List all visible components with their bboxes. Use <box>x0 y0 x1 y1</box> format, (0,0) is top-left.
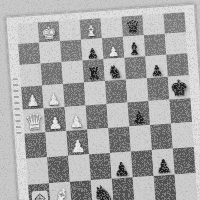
piece-black-king: ♚ <box>169 77 189 99</box>
square-a3 <box>24 132 47 158</box>
square-c4: ♟ <box>65 105 88 130</box>
square-e8 <box>101 17 123 38</box>
square-a5: ♟ <box>21 85 44 109</box>
square-h1 <box>175 173 198 200</box>
piece-white-pawn: ♟ <box>46 92 61 108</box>
square-f8: ♛ <box>122 15 144 36</box>
square-g3 <box>150 124 173 150</box>
square-d2 <box>89 153 112 180</box>
square-h3 <box>171 122 194 148</box>
square-g6: ♟ <box>145 55 167 78</box>
piece-white-bishop: ♝ <box>84 24 98 40</box>
square-f1 <box>133 176 156 200</box>
square-e6: ♞ <box>103 58 125 81</box>
square-e1 <box>112 177 135 200</box>
square-f4: ♟ <box>128 101 151 126</box>
square-e5 <box>105 80 128 104</box>
piece-black-pawn: ♟ <box>150 63 164 78</box>
square-h5: ♚ <box>168 75 191 99</box>
square-d1: ♞ <box>91 179 114 200</box>
square-h6 <box>166 53 188 76</box>
square-d7: ♟ <box>81 38 103 60</box>
board-corner-ornament: + <box>31 190 48 200</box>
piece-black-bishop: ♝ <box>127 40 143 57</box>
square-f7: ♝ <box>123 35 145 57</box>
square-d6: ♜ <box>82 59 104 82</box>
square-e2: ♟ <box>110 151 133 178</box>
square-g2: ♟ <box>152 149 175 176</box>
square-b3 <box>45 131 68 157</box>
chess-board: ♚♝♛♟♟♝♜♞♟♟♟♚♛♟♟♟♟♟♟♝♞ + <box>5 4 200 200</box>
square-c5 <box>63 83 86 107</box>
square-g8 <box>142 14 164 35</box>
square-e3 <box>108 126 131 152</box>
square-h8 <box>163 12 185 33</box>
square-d4 <box>86 104 109 129</box>
square-b4: ♟ <box>44 107 67 132</box>
piece-white-pawn: ♟ <box>107 45 120 59</box>
ornament-cross-icon: + <box>32 191 49 200</box>
piece-white-king: ♚ <box>41 24 57 42</box>
square-e7: ♟ <box>102 37 124 59</box>
square-g7 <box>144 34 166 56</box>
piece-black-pawn: ♟ <box>155 157 172 176</box>
square-c2 <box>68 154 91 181</box>
piece-white-pawn: ♟ <box>69 114 85 131</box>
piece-white-pawn: ♟ <box>70 138 86 156</box>
square-g1 <box>154 174 177 200</box>
square-h2 <box>173 147 196 174</box>
square-b2 <box>47 156 70 183</box>
board-squares: ♚♝♛♟♟♝♜♞♟♟♟♚♛♟♟♟♟♟♟♝♞ <box>17 12 198 200</box>
square-h7 <box>165 32 187 54</box>
square-b6 <box>41 62 63 85</box>
square-c7 <box>60 40 82 62</box>
chessboard-photo: ♚♝♛♟♟♝♜♞♟♟♟♚♛♟♟♟♟♟♟♝♞ + <box>0 0 200 200</box>
square-g4 <box>148 100 171 125</box>
square-a2 <box>26 157 49 184</box>
square-a6 <box>20 64 42 87</box>
piece-white-pawn: ♟ <box>48 115 64 132</box>
square-c6 <box>62 61 84 84</box>
square-f5 <box>126 78 149 102</box>
square-b5: ♟ <box>42 84 65 108</box>
piece-black-knight: ♞ <box>107 63 124 81</box>
square-b7 <box>39 41 61 63</box>
square-e4 <box>107 103 130 128</box>
piece-black-pawn: ♟ <box>86 46 99 60</box>
square-d3 <box>87 128 110 154</box>
piece-white-queen: ♛ <box>24 111 45 134</box>
square-d8: ♝ <box>80 18 102 39</box>
square-a8 <box>17 23 39 44</box>
square-g5 <box>147 77 170 101</box>
square-c3: ♟ <box>66 129 89 155</box>
square-b1: ♝ <box>49 182 72 200</box>
piece-black-pawn: ♟ <box>113 159 130 178</box>
piece-black-rook: ♜ <box>86 66 101 83</box>
square-c8 <box>59 20 81 41</box>
piece-white-pawn: ♟ <box>25 94 40 110</box>
square-a7 <box>18 43 40 65</box>
square-f3 <box>129 125 152 151</box>
square-f6 <box>124 56 146 79</box>
board-margin-lettering <box>13 78 22 134</box>
piece-black-pawn: ♟ <box>131 109 147 126</box>
square-a4: ♛ <box>23 108 46 133</box>
square-b8: ♚ <box>38 21 60 42</box>
square-d5 <box>84 81 107 105</box>
piece-black-queen: ♛ <box>125 19 141 37</box>
square-h4 <box>169 98 192 123</box>
square-f2 <box>131 150 154 177</box>
